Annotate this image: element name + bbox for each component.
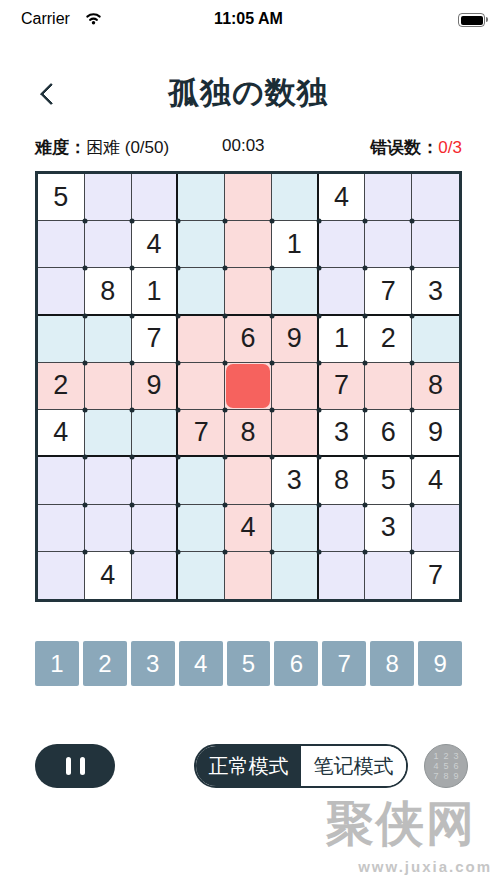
- sudoku-cell-r3c2[interactable]: 8: [85, 268, 132, 315]
- sudoku-cell-r3c6[interactable]: [272, 268, 319, 315]
- sudoku-cell-r8c8[interactable]: 3: [365, 505, 412, 552]
- sudoku-cell-r9c8[interactable]: [365, 552, 412, 599]
- difficulty-value: 困难 (0/50): [86, 138, 169, 157]
- sudoku-cell-r8c2[interactable]: [85, 505, 132, 552]
- sudoku-cell-r2c6[interactable]: 1: [272, 221, 319, 268]
- page-title: 孤独の数独: [0, 72, 497, 114]
- numpad-button-2[interactable]: 2: [83, 641, 127, 686]
- notes-digit: 8: [441, 771, 451, 781]
- sudoku-cell-r9c6[interactable]: [272, 552, 319, 599]
- sudoku-cell-r5c1[interactable]: 2: [38, 363, 85, 410]
- sudoku-cell-r4c3[interactable]: 7: [132, 316, 179, 363]
- sudoku-cell-r4c9[interactable]: [412, 316, 459, 363]
- sudoku-cell-r6c3[interactable]: [132, 410, 179, 457]
- sudoku-cell-r1c2[interactable]: [85, 174, 132, 221]
- sudoku-cell-r3c1[interactable]: [38, 268, 85, 315]
- info-row: 难度：困难 (0/50) 00:03 错误数：0/3: [35, 136, 462, 158]
- sudoku-cell-r8c6[interactable]: [272, 505, 319, 552]
- sudoku-cell-r1c1[interactable]: 5: [38, 174, 85, 221]
- sudoku-cell-r6c9[interactable]: 9: [412, 410, 459, 457]
- sudoku-cell-r5c3[interactable]: 9: [132, 363, 179, 410]
- sudoku-cell-r1c3[interactable]: [132, 174, 179, 221]
- sudoku-cell-r3c3[interactable]: 1: [132, 268, 179, 315]
- sudoku-cell-r2c7[interactable]: [319, 221, 366, 268]
- sudoku-cell-r5c9[interactable]: 8: [412, 363, 459, 410]
- sudoku-cell-r7c4[interactable]: [178, 457, 225, 504]
- sudoku-cell-r7c7[interactable]: 8: [319, 457, 366, 504]
- sudoku-cell-r7c1[interactable]: [38, 457, 85, 504]
- errors-value: 0/3: [438, 138, 462, 157]
- difficulty-label: 难度：: [35, 138, 86, 157]
- sudoku-cell-r9c7[interactable]: [319, 552, 366, 599]
- sudoku-cell-r9c9[interactable]: 7: [412, 552, 459, 599]
- sudoku-cell-r6c4[interactable]: 7: [178, 410, 225, 457]
- sudoku-cell-r2c2[interactable]: [85, 221, 132, 268]
- sudoku-cell-r3c4[interactable]: [178, 268, 225, 315]
- sudoku-cell-r4c7[interactable]: 1: [319, 316, 366, 363]
- sudoku-cell-r6c5[interactable]: 8: [225, 410, 272, 457]
- numpad-button-7[interactable]: 7: [322, 641, 366, 686]
- status-bar: Carrier 11:05 AM: [0, 0, 497, 40]
- sudoku-cell-r7c8[interactable]: 5: [365, 457, 412, 504]
- sudoku-cell-r3c9[interactable]: 3: [412, 268, 459, 315]
- sudoku-cell-r3c7[interactable]: [319, 268, 366, 315]
- sudoku-cell-r9c4[interactable]: [178, 552, 225, 599]
- status-time: 11:05 AM: [0, 10, 497, 28]
- pause-icon: [66, 757, 71, 775]
- sudoku-cell-r5c5[interactable]: [225, 363, 272, 410]
- numpad-button-6[interactable]: 6: [274, 641, 318, 686]
- sudoku-cell-r2c1[interactable]: [38, 221, 85, 268]
- sudoku-cell-r6c8[interactable]: 6: [365, 410, 412, 457]
- sudoku-cell-r7c2[interactable]: [85, 457, 132, 504]
- sudoku-cell-r2c3[interactable]: 4: [132, 221, 179, 268]
- notes-digit: 9: [451, 771, 461, 781]
- sudoku-cell-r9c3[interactable]: [132, 552, 179, 599]
- battery-full-icon: [458, 13, 485, 27]
- difficulty-text: 难度：困难 (0/50): [35, 136, 169, 159]
- sudoku-cell-r8c7[interactable]: [319, 505, 366, 552]
- sudoku-cell-r5c8[interactable]: [365, 363, 412, 410]
- number-pad: 123456789: [35, 641, 462, 686]
- sudoku-cell-r1c5[interactable]: [225, 174, 272, 221]
- sudoku-cell-r3c5[interactable]: [225, 268, 272, 315]
- numpad-button-3[interactable]: 3: [131, 641, 175, 686]
- sudoku-cell-r7c5[interactable]: [225, 457, 272, 504]
- pause-button[interactable]: [35, 744, 115, 788]
- numpad-button-5[interactable]: 5: [227, 641, 271, 686]
- numpad-button-1[interactable]: 1: [35, 641, 79, 686]
- sudoku-cell-r2c4[interactable]: [178, 221, 225, 268]
- sudoku-cell-r8c1[interactable]: [38, 505, 85, 552]
- sudoku-cell-r5c4[interactable]: [178, 363, 225, 410]
- sudoku-cell-r4c2[interactable]: [85, 316, 132, 363]
- notes-digit: 7: [431, 771, 441, 781]
- sudoku-cell-r4c5[interactable]: 6: [225, 316, 272, 363]
- sudoku-cell-r1c8[interactable]: [365, 174, 412, 221]
- sudoku-cell-r1c6[interactable]: [272, 174, 319, 221]
- notes-digit: 3: [451, 751, 461, 761]
- sudoku-cell-r7c6[interactable]: 3: [272, 457, 319, 504]
- sudoku-cell-r1c7[interactable]: 4: [319, 174, 366, 221]
- watermark-title: 聚侠网: [326, 792, 476, 856]
- sudoku-cell-r6c7[interactable]: 3: [319, 410, 366, 457]
- sudoku-cell-r6c6[interactable]: [272, 410, 319, 457]
- mode-note-segment[interactable]: 笔记模式: [301, 746, 406, 786]
- sudoku-cell-r2c9[interactable]: [412, 221, 459, 268]
- sudoku-board[interactable]: 5441817376912297847836938544347: [35, 171, 462, 602]
- sudoku-cell-r4c1[interactable]: [38, 316, 85, 363]
- notes-digit: 1: [431, 751, 441, 761]
- sudoku-cell-r9c2[interactable]: 4: [85, 552, 132, 599]
- sudoku-cell-r4c8[interactable]: 2: [365, 316, 412, 363]
- notes-digit: 4: [431, 761, 441, 771]
- numpad-button-9[interactable]: 9: [418, 641, 462, 686]
- mode-toggle: 正常模式 笔记模式: [194, 744, 408, 788]
- sudoku-cell-r7c3[interactable]: [132, 457, 179, 504]
- sudoku-cell-r8c5[interactable]: 4: [225, 505, 272, 552]
- notes-digits-button[interactable]: 123456789: [424, 744, 468, 788]
- sudoku-cell-r6c1[interactable]: 4: [38, 410, 85, 457]
- sudoku-cell-r2c5[interactable]: [225, 221, 272, 268]
- sudoku-cell-r8c4[interactable]: [178, 505, 225, 552]
- sudoku-cell-r4c6[interactable]: 9: [272, 316, 319, 363]
- notes-digit: 6: [451, 761, 461, 771]
- bottom-controls: 正常模式 笔记模式 123456789: [0, 744, 497, 788]
- sudoku-cell-r9c1[interactable]: [38, 552, 85, 599]
- sudoku-cell-r4c4[interactable]: [178, 316, 225, 363]
- sudoku-cell-r1c4[interactable]: [178, 174, 225, 221]
- mode-normal-segment[interactable]: 正常模式: [196, 746, 301, 786]
- sudoku-cell-r6c2[interactable]: [85, 410, 132, 457]
- errors-text: 错误数：0/3: [370, 136, 462, 159]
- sudoku-cell-r1c9[interactable]: [412, 174, 459, 221]
- sudoku-cell-r9c5[interactable]: [225, 552, 272, 599]
- notes-digit: 5: [441, 761, 451, 771]
- sudoku-cell-r3c8[interactable]: 7: [365, 268, 412, 315]
- sudoku-cell-r8c3[interactable]: [132, 505, 179, 552]
- errors-label: 错误数：: [370, 138, 438, 157]
- watermark: 聚侠网 www.juxia.com: [326, 792, 492, 875]
- sudoku-cell-r5c6[interactable]: [272, 363, 319, 410]
- sudoku-app: Carrier 11:05 AM 孤独の数独 难度：困难 (0/50) 00:0…: [0, 0, 497, 883]
- watermark-url: www.juxia.com: [326, 858, 492, 875]
- sudoku-cell-r7c9[interactable]: 4: [412, 457, 459, 504]
- sudoku-cell-r2c8[interactable]: [365, 221, 412, 268]
- notes-digit: 2: [441, 751, 451, 761]
- sudoku-cell-r5c7[interactable]: 7: [319, 363, 366, 410]
- sudoku-cell-r5c2[interactable]: [85, 363, 132, 410]
- notes-digits-icon: 123456789: [431, 751, 461, 781]
- sudoku-cell-r8c9[interactable]: [412, 505, 459, 552]
- numpad-button-8[interactable]: 8: [370, 641, 414, 686]
- timer: 00:03: [222, 136, 265, 156]
- numpad-button-4[interactable]: 4: [179, 641, 223, 686]
